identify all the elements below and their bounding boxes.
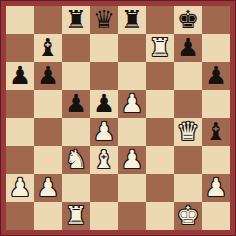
square-b1[interactable] [34,202,62,230]
square-d5[interactable]: ♟ [90,90,118,118]
square-d7[interactable] [90,34,118,62]
piece-white-pawn[interactable]: ♟ [90,118,118,146]
square-h6[interactable]: ♟ [202,62,230,90]
piece-black-king[interactable]: ♚ [174,6,202,34]
square-f1[interactable] [146,202,174,230]
square-c8[interactable]: ♜ [62,6,90,34]
square-a1[interactable] [6,202,34,230]
square-a6[interactable]: ♟ [6,62,34,90]
square-f3[interactable] [146,146,174,174]
chess-board: ♜♛♜♚♝♜♟♟♟♟♟♟♟♟♛♝♞♝♟♟♟♟♜♚ [6,6,230,230]
square-d4[interactable]: ♟ [90,118,118,146]
square-c2[interactable] [62,174,90,202]
square-d2[interactable] [90,174,118,202]
square-f8[interactable] [146,6,174,34]
square-f5[interactable] [146,90,174,118]
piece-black-bishop[interactable]: ♝ [34,34,62,62]
piece-white-pawn[interactable]: ♟ [34,174,62,202]
square-e7[interactable] [118,34,146,62]
square-c3[interactable]: ♞ [62,146,90,174]
square-d6[interactable] [90,62,118,90]
piece-black-pawn[interactable]: ♟ [34,62,62,90]
square-c7[interactable] [62,34,90,62]
piece-white-pawn[interactable]: ♟ [118,146,146,174]
square-g3[interactable] [174,146,202,174]
piece-black-pawn[interactable]: ♟ [202,62,230,90]
square-c6[interactable] [62,62,90,90]
piece-black-pawn[interactable]: ♟ [62,90,90,118]
square-g2[interactable] [174,174,202,202]
square-b3[interactable] [34,146,62,174]
square-e8[interactable]: ♜ [118,6,146,34]
square-f2[interactable] [146,174,174,202]
square-h7[interactable] [202,34,230,62]
chess-board-frame: ♜♛♜♚♝♜♟♟♟♟♟♟♟♟♛♝♞♝♟♟♟♟♜♚ [1,1,235,235]
piece-white-pawn[interactable]: ♟ [202,174,230,202]
square-e2[interactable] [118,174,146,202]
piece-white-pawn[interactable]: ♟ [6,174,34,202]
square-g6[interactable] [174,62,202,90]
square-a5[interactable] [6,90,34,118]
piece-white-rook[interactable]: ♜ [146,34,174,62]
square-c1[interactable]: ♜ [62,202,90,230]
square-e6[interactable] [118,62,146,90]
square-e4[interactable] [118,118,146,146]
piece-white-king[interactable]: ♚ [174,202,202,230]
piece-white-queen[interactable]: ♛ [174,118,202,146]
piece-white-pawn[interactable]: ♟ [118,90,146,118]
square-g5[interactable] [174,90,202,118]
square-b8[interactable] [34,6,62,34]
piece-black-bishop[interactable]: ♝ [202,118,230,146]
square-f4[interactable] [146,118,174,146]
square-a8[interactable] [6,6,34,34]
piece-black-rook[interactable]: ♜ [118,6,146,34]
square-b6[interactable]: ♟ [34,62,62,90]
square-a3[interactable] [6,146,34,174]
piece-black-queen[interactable]: ♛ [90,6,118,34]
square-h5[interactable] [202,90,230,118]
square-e1[interactable] [118,202,146,230]
square-b7[interactable]: ♝ [34,34,62,62]
square-g4[interactable]: ♛ [174,118,202,146]
square-b5[interactable] [34,90,62,118]
square-h3[interactable] [202,146,230,174]
square-d3[interactable]: ♝ [90,146,118,174]
square-a7[interactable] [6,34,34,62]
piece-white-rook[interactable]: ♜ [62,202,90,230]
square-a2[interactable]: ♟ [6,174,34,202]
square-a4[interactable] [6,118,34,146]
piece-black-pawn[interactable]: ♟ [90,90,118,118]
square-c5[interactable]: ♟ [62,90,90,118]
square-g7[interactable]: ♟ [174,34,202,62]
square-h4[interactable]: ♝ [202,118,230,146]
piece-black-pawn[interactable]: ♟ [174,34,202,62]
square-f7[interactable]: ♜ [146,34,174,62]
square-g1[interactable]: ♚ [174,202,202,230]
piece-white-knight[interactable]: ♞ [62,146,90,174]
square-h8[interactable] [202,6,230,34]
piece-black-pawn[interactable]: ♟ [6,62,34,90]
square-d1[interactable] [90,202,118,230]
square-b2[interactable]: ♟ [34,174,62,202]
square-d8[interactable]: ♛ [90,6,118,34]
piece-black-rook[interactable]: ♜ [62,6,90,34]
square-b4[interactable] [34,118,62,146]
square-h1[interactable] [202,202,230,230]
piece-white-bishop[interactable]: ♝ [90,146,118,174]
square-h2[interactable]: ♟ [202,174,230,202]
square-c4[interactable] [62,118,90,146]
square-e5[interactable]: ♟ [118,90,146,118]
square-g8[interactable]: ♚ [174,6,202,34]
square-e3[interactable]: ♟ [118,146,146,174]
square-f6[interactable] [146,62,174,90]
